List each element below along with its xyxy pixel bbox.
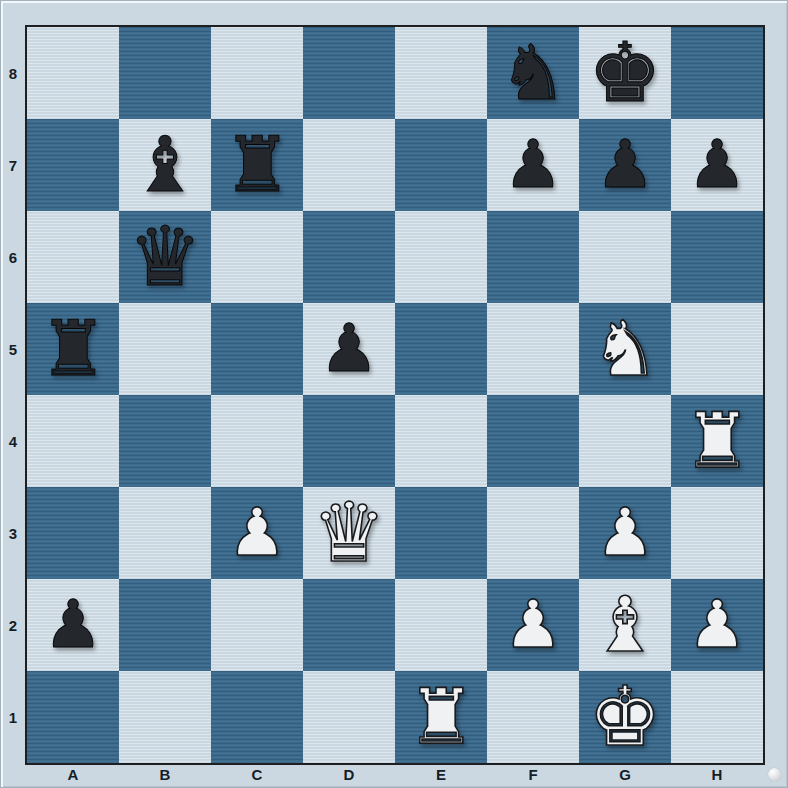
square-f4[interactable] [487, 395, 579, 487]
piece-white-pawn-f2[interactable]: ♟ [503, 592, 562, 658]
square-g7[interactable]: ♟ [579, 119, 671, 211]
piece-black-rook-c7[interactable]: ♜ [223, 127, 291, 203]
square-c3[interactable]: ♟ [211, 487, 303, 579]
square-b1[interactable] [119, 671, 211, 763]
piece-white-pawn-g3[interactable]: ♟ [595, 500, 654, 566]
file-label: A [27, 764, 119, 785]
square-f2[interactable]: ♟ [487, 579, 579, 671]
piece-white-rook-h4[interactable]: ♜ [683, 403, 751, 479]
piece-black-pawn-g7[interactable]: ♟ [595, 132, 654, 198]
square-b5[interactable] [119, 303, 211, 395]
square-c5[interactable] [211, 303, 303, 395]
chess-app-window: 87654321 ♞♚♝♜♟♟♟♛♜♟♞♜♟♛♟♟♟♝♟♜♚ ABCDEFGH [0, 0, 788, 788]
square-h7[interactable]: ♟ [671, 119, 763, 211]
board-wrap: ♞♚♝♜♟♟♟♛♜♟♞♜♟♛♟♟♟♝♟♜♚ [25, 25, 765, 765]
square-f7[interactable]: ♟ [487, 119, 579, 211]
square-g2[interactable]: ♝ [579, 579, 671, 671]
piece-white-queen-d3[interactable]: ♛ [312, 492, 386, 574]
square-h1[interactable] [671, 671, 763, 763]
square-b6[interactable]: ♛ [119, 211, 211, 303]
file-label: F [487, 764, 579, 785]
square-c8[interactable] [211, 27, 303, 119]
square-b4[interactable] [119, 395, 211, 487]
square-c4[interactable] [211, 395, 303, 487]
file-label: E [395, 764, 487, 785]
square-b7[interactable]: ♝ [119, 119, 211, 211]
square-e8[interactable] [395, 27, 487, 119]
square-e6[interactable] [395, 211, 487, 303]
square-g4[interactable] [579, 395, 671, 487]
file-label: B [119, 764, 211, 785]
square-c7[interactable]: ♜ [211, 119, 303, 211]
rank-label: 4 [1, 395, 25, 487]
piece-white-rook-e1[interactable]: ♜ [407, 679, 475, 755]
piece-white-bishop-g2[interactable]: ♝ [591, 587, 659, 663]
rank-label: 7 [1, 119, 25, 211]
square-e7[interactable] [395, 119, 487, 211]
square-a3[interactable] [27, 487, 119, 579]
chess-board: ♞♚♝♜♟♟♟♛♜♟♞♜♟♛♟♟♟♝♟♜♚ [25, 25, 765, 765]
square-f6[interactable] [487, 211, 579, 303]
rank-labels: 87654321 [1, 27, 25, 763]
piece-black-king-g8[interactable]: ♚ [588, 32, 662, 114]
square-e3[interactable] [395, 487, 487, 579]
rank-label: 3 [1, 487, 25, 579]
square-a8[interactable] [27, 27, 119, 119]
square-g8[interactable]: ♚ [579, 27, 671, 119]
square-b3[interactable] [119, 487, 211, 579]
square-h6[interactable] [671, 211, 763, 303]
piece-black-queen-b6[interactable]: ♛ [128, 216, 202, 298]
square-b2[interactable] [119, 579, 211, 671]
file-label: H [671, 764, 763, 785]
file-labels: ABCDEFGH [27, 764, 763, 785]
square-d6[interactable] [303, 211, 395, 303]
square-e1[interactable]: ♜ [395, 671, 487, 763]
rank-label: 1 [1, 671, 25, 763]
piece-white-pawn-h2[interactable]: ♟ [687, 592, 746, 658]
square-h8[interactable] [671, 27, 763, 119]
square-f8[interactable]: ♞ [487, 27, 579, 119]
square-h5[interactable] [671, 303, 763, 395]
rank-label: 2 [1, 579, 25, 671]
square-f3[interactable] [487, 487, 579, 579]
square-d1[interactable] [303, 671, 395, 763]
square-b8[interactable] [119, 27, 211, 119]
square-d4[interactable] [303, 395, 395, 487]
square-f5[interactable] [487, 303, 579, 395]
piece-black-knight-f8[interactable]: ♞ [499, 35, 567, 111]
piece-white-knight-g5[interactable]: ♞ [591, 311, 659, 387]
piece-white-king-g1[interactable]: ♚ [588, 676, 662, 758]
rank-label: 5 [1, 303, 25, 395]
square-c2[interactable] [211, 579, 303, 671]
square-e2[interactable] [395, 579, 487, 671]
square-g3[interactable]: ♟ [579, 487, 671, 579]
piece-black-pawn-h7[interactable]: ♟ [687, 132, 746, 198]
square-g5[interactable]: ♞ [579, 303, 671, 395]
piece-white-pawn-c3[interactable]: ♟ [227, 500, 286, 566]
square-c6[interactable] [211, 211, 303, 303]
file-label: C [211, 764, 303, 785]
corner-grip-icon [768, 768, 781, 781]
square-a7[interactable] [27, 119, 119, 211]
square-f1[interactable] [487, 671, 579, 763]
rank-label: 6 [1, 211, 25, 303]
square-d3[interactable]: ♛ [303, 487, 395, 579]
square-a6[interactable] [27, 211, 119, 303]
square-d5[interactable]: ♟ [303, 303, 395, 395]
square-a2[interactable]: ♟ [27, 579, 119, 671]
piece-black-pawn-d5[interactable]: ♟ [319, 316, 378, 382]
square-e4[interactable] [395, 395, 487, 487]
file-label: D [303, 764, 395, 785]
square-a1[interactable] [27, 671, 119, 763]
piece-black-rook-a5[interactable]: ♜ [39, 311, 107, 387]
square-d2[interactable] [303, 579, 395, 671]
square-e5[interactable] [395, 303, 487, 395]
square-c1[interactable] [211, 671, 303, 763]
square-d8[interactable] [303, 27, 395, 119]
piece-black-bishop-b7[interactable]: ♝ [131, 127, 199, 203]
square-a4[interactable] [27, 395, 119, 487]
square-h3[interactable] [671, 487, 763, 579]
file-label: G [579, 764, 671, 785]
piece-black-pawn-a2[interactable]: ♟ [43, 592, 102, 658]
square-d7[interactable] [303, 119, 395, 211]
square-h4[interactable]: ♜ [671, 395, 763, 487]
rank-label: 8 [1, 27, 25, 119]
square-g6[interactable] [579, 211, 671, 303]
square-h2[interactable]: ♟ [671, 579, 763, 671]
square-a5[interactable]: ♜ [27, 303, 119, 395]
piece-black-pawn-f7[interactable]: ♟ [503, 132, 562, 198]
square-g1[interactable]: ♚ [579, 671, 671, 763]
